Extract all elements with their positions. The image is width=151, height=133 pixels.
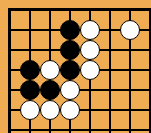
go-point-c4r0[interactable]: [80, 0, 100, 20]
go-point-c5r4[interactable]: [100, 80, 120, 100]
go-point-c7r0[interactable]: [140, 0, 151, 20]
white-stone: [120, 20, 140, 40]
go-point-c6r4[interactable]: [120, 80, 140, 100]
grid-vline: [129, 8, 131, 20]
go-point-c0r6[interactable]: [0, 120, 20, 133]
grid-vline: [129, 100, 131, 120]
grid-vline: [8, 40, 11, 60]
go-point-c1r5[interactable]: [20, 100, 40, 120]
go-point-c4r4[interactable]: [80, 80, 100, 100]
go-point-c2r2[interactable]: [40, 40, 60, 60]
go-point-c3r5[interactable]: [60, 100, 80, 120]
grid-vline: [49, 20, 51, 40]
white-stone: [40, 60, 60, 80]
go-point-c1r3[interactable]: [20, 60, 40, 80]
grid-vline: [49, 40, 51, 60]
black-stone: [20, 80, 40, 100]
go-point-c3r2[interactable]: [60, 40, 80, 60]
go-point-c0r1[interactable]: [0, 20, 20, 40]
grid-vline: [69, 8, 71, 20]
go-point-c4r1[interactable]: [80, 20, 100, 40]
grid-vline: [109, 8, 111, 20]
grid-vline: [89, 80, 91, 100]
grid-vline: [149, 100, 151, 120]
grid-vline: [109, 80, 111, 100]
grid-vline: [129, 80, 131, 100]
go-point-c5r2[interactable]: [100, 40, 120, 60]
white-stone: [60, 80, 80, 100]
grid-vline: [149, 40, 151, 60]
grid-vline: [129, 40, 131, 60]
go-point-c2r6[interactable]: [40, 120, 60, 133]
go-point-c6r0[interactable]: [120, 0, 140, 20]
go-point-c5r5[interactable]: [100, 100, 120, 120]
go-point-c6r1[interactable]: [120, 20, 140, 40]
go-point-c3r6[interactable]: [60, 120, 80, 133]
go-point-c3r4[interactable]: [60, 80, 80, 100]
go-point-c6r5[interactable]: [120, 100, 140, 120]
go-point-c5r0[interactable]: [100, 0, 120, 20]
grid-vline: [89, 120, 91, 133]
black-stone: [60, 20, 80, 40]
grid-vline: [149, 20, 151, 40]
go-point-c3r1[interactable]: [60, 20, 80, 40]
grid-vline: [8, 60, 11, 80]
go-point-c4r6[interactable]: [80, 120, 100, 133]
go-point-c2r3[interactable]: [40, 60, 60, 80]
grid-vline: [129, 120, 131, 133]
go-point-c4r2[interactable]: [80, 40, 100, 60]
grid-vline: [29, 8, 31, 20]
go-point-c1r0[interactable]: [20, 0, 40, 20]
grid-vline: [8, 100, 11, 120]
black-stone: [40, 80, 60, 100]
white-stone: [20, 100, 40, 120]
grid-vline: [109, 40, 111, 60]
go-point-c1r4[interactable]: [20, 80, 40, 100]
grid-vline: [8, 120, 11, 133]
go-point-c4r3[interactable]: [80, 60, 100, 80]
go-point-c1r6[interactable]: [20, 120, 40, 133]
grid-vline: [29, 20, 31, 40]
go-point-c5r6[interactable]: [100, 120, 120, 133]
go-point-c3r0[interactable]: [60, 0, 80, 20]
grid-vline: [29, 40, 31, 60]
white-stone: [80, 40, 100, 60]
go-point-c2r1[interactable]: [40, 20, 60, 40]
grid-vline: [49, 120, 51, 133]
black-stone: [60, 60, 80, 80]
go-point-c7r3[interactable]: [140, 60, 151, 80]
go-point-c5r1[interactable]: [100, 20, 120, 40]
grid-vline: [49, 8, 51, 20]
go-board-screenshot: [0, 0, 151, 133]
grid-vline: [29, 120, 31, 133]
grid-vline: [109, 20, 111, 40]
go-point-c6r3[interactable]: [120, 60, 140, 80]
grid-vline: [69, 120, 71, 133]
go-point-c3r3[interactable]: [60, 60, 80, 80]
go-point-c2r0[interactable]: [40, 0, 60, 20]
white-stone: [40, 100, 60, 120]
go-point-c0r0[interactable]: [0, 0, 20, 20]
black-stone: [20, 60, 40, 80]
go-point-c4r5[interactable]: [80, 100, 100, 120]
go-point-c1r1[interactable]: [20, 20, 40, 40]
grid-vline: [8, 80, 11, 100]
go-point-c0r2[interactable]: [0, 40, 20, 60]
go-point-c7r1[interactable]: [140, 20, 151, 40]
go-point-c0r4[interactable]: [0, 80, 20, 100]
grid-vline: [109, 120, 111, 133]
grid-vline: [8, 20, 11, 40]
grid-vline: [149, 120, 151, 133]
go-point-c0r5[interactable]: [0, 100, 20, 120]
go-point-c2r5[interactable]: [40, 100, 60, 120]
grid-vline: [129, 60, 131, 80]
grid-vline: [109, 100, 111, 120]
white-stone: [80, 60, 100, 80]
grid-vline: [149, 60, 151, 80]
go-point-c7r6[interactable]: [140, 120, 151, 133]
go-point-c1r2[interactable]: [20, 40, 40, 60]
grid-vline: [149, 8, 151, 20]
white-stone: [80, 20, 100, 40]
go-point-c7r2[interactable]: [140, 40, 151, 60]
go-point-c6r2[interactable]: [120, 40, 140, 60]
grid-vline: [89, 100, 91, 120]
go-point-c0r3[interactable]: [0, 60, 20, 80]
grid-vline: [8, 8, 11, 20]
go-point-c2r4[interactable]: [40, 80, 60, 100]
grid-vline: [109, 60, 111, 80]
grid-vline: [149, 80, 151, 100]
go-point-c7r4[interactable]: [140, 80, 151, 100]
go-point-c5r3[interactable]: [100, 60, 120, 80]
go-board: [0, 0, 151, 133]
grid-vline: [89, 8, 91, 20]
go-point-c7r5[interactable]: [140, 100, 151, 120]
go-point-c6r6[interactable]: [120, 120, 140, 133]
white-stone: [60, 100, 80, 120]
black-stone: [60, 40, 80, 60]
